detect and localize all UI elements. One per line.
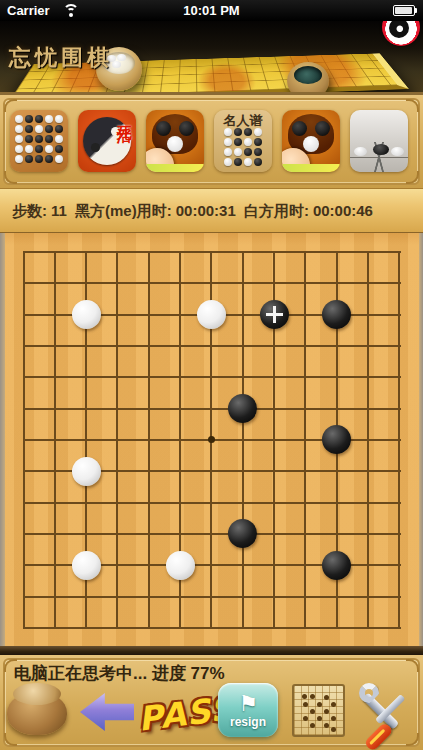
status-bar: Carrier 10:01 PM <box>0 0 423 21</box>
stone-bowl-button[interactable] <box>7 683 67 737</box>
star-point <box>208 436 215 443</box>
undo-arrow-button[interactable] <box>80 693 134 731</box>
moves-label: 步数: <box>12 202 47 219</box>
board-bottom-edge <box>0 646 423 655</box>
black-time-value: 00:00:31 <box>176 202 236 219</box>
white-stone <box>72 300 101 329</box>
flag-icon: ⚑ <box>218 693 278 715</box>
white-stone <box>166 551 195 580</box>
white-time-label: 白方用时: <box>244 202 309 219</box>
go-board <box>0 233 423 646</box>
tsumego-board-icon[interactable] <box>10 110 68 172</box>
resign-label: resign <box>218 715 278 729</box>
toolbar: PASS ⚑ resign <box>0 681 423 743</box>
game-info-bar: 步数:11 黑方(me)用时:00:00:31 白方用时:00:00:46 <box>0 188 423 233</box>
white-stone <box>197 300 226 329</box>
last-move-stone <box>260 300 289 329</box>
master-games-icon[interactable]: 名人谱 <box>214 110 272 172</box>
life-and-death-label: 死活 <box>114 114 133 118</box>
app-screen: Carrier 10:01 PM 忘忧围棋 死活 <box>0 0 423 750</box>
board-grid[interactable] <box>23 251 401 629</box>
black-stone <box>228 394 257 423</box>
resign-button[interactable]: ⚑ resign <box>218 683 278 737</box>
black-stone <box>322 300 351 329</box>
white-stone <box>72 457 101 486</box>
life-and-death-icon[interactable]: 死活 <box>78 110 136 172</box>
settings-tools-button[interactable] <box>357 681 413 739</box>
clock-label: 10:01 PM <box>0 3 423 18</box>
black-stone <box>322 425 351 454</box>
white-time-value: 00:00:46 <box>313 202 373 219</box>
play-go-icon[interactable] <box>282 110 340 172</box>
black-stone <box>322 551 351 580</box>
black-stone <box>228 519 257 548</box>
yinyang-icon <box>83 117 131 165</box>
black-time-label: 黑方(me)用时: <box>75 202 172 219</box>
game-record-button[interactable] <box>292 684 345 737</box>
app-banner: 忘忧围棋 <box>0 21 423 95</box>
nav-icon-row: 死活 名人谱 <box>0 95 423 188</box>
white-stone <box>72 551 101 580</box>
app-title: 忘忧围棋 <box>9 43 113 73</box>
bottom-panel: 电脑正在思考中... 进度 77% PASS ⚑ resign <box>0 655 423 750</box>
moves-value: 11 <box>51 202 67 219</box>
weibo-eye-icon <box>389 18 409 38</box>
game-info-text: 步数:11 黑方(me)用时:00:00:31 白方用时:00:00:46 <box>12 202 377 221</box>
battery-icon <box>393 5 415 16</box>
pass-button[interactable]: PASS <box>138 689 214 737</box>
stones-photo-icon[interactable] <box>350 110 408 172</box>
banner-black-bowl <box>287 62 329 95</box>
play-vs-computer-icon[interactable] <box>146 110 204 172</box>
